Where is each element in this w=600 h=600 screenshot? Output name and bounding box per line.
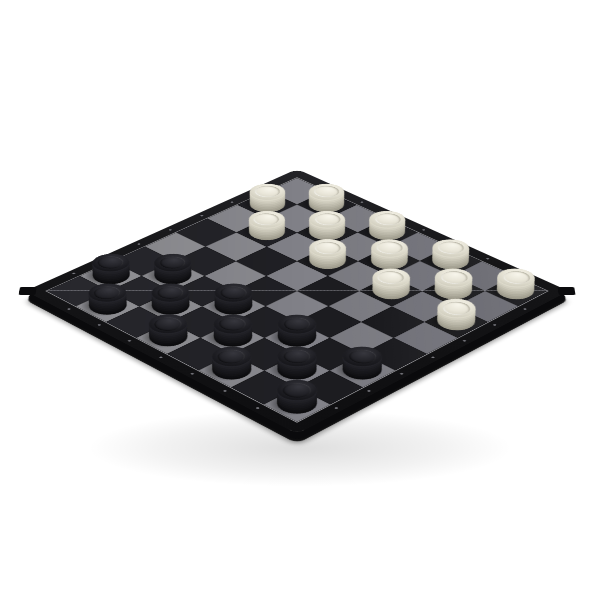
frame-screw-dot [137,243,141,245]
frame-screw-dot [421,229,425,231]
frame-screw-dot [367,390,371,392]
frame-screw-dot [67,308,71,310]
fold-clasp-right [557,287,575,295]
frame-screw-dot [72,272,76,274]
frame-screw-dot [485,258,489,260]
board-play-area [45,177,548,422]
frame-screw-dot [158,356,162,358]
frame-screw-dot [169,229,173,231]
frame-screw-dot [462,340,466,342]
product-photo [0,0,600,600]
frame-screw-dot [493,324,497,326]
fold-clasp-left [18,287,36,295]
scene-3d [105,99,489,483]
frame-screw-dot [190,373,194,375]
frame-screw-dot [97,324,101,326]
frame-screw-dot [523,308,527,310]
frame-screw-dot [127,340,131,342]
frame-screw-dot [200,215,204,217]
frame-screw-dot [255,407,260,409]
frame-screw-dot [334,407,339,409]
frame-screw-dot [399,373,403,375]
frame-screw-dot [360,201,364,203]
checkers-board-frame [25,169,568,434]
frame-screw-dot [230,201,234,203]
frame-screw-dot [431,356,435,358]
frame-screw-dot [222,390,226,392]
